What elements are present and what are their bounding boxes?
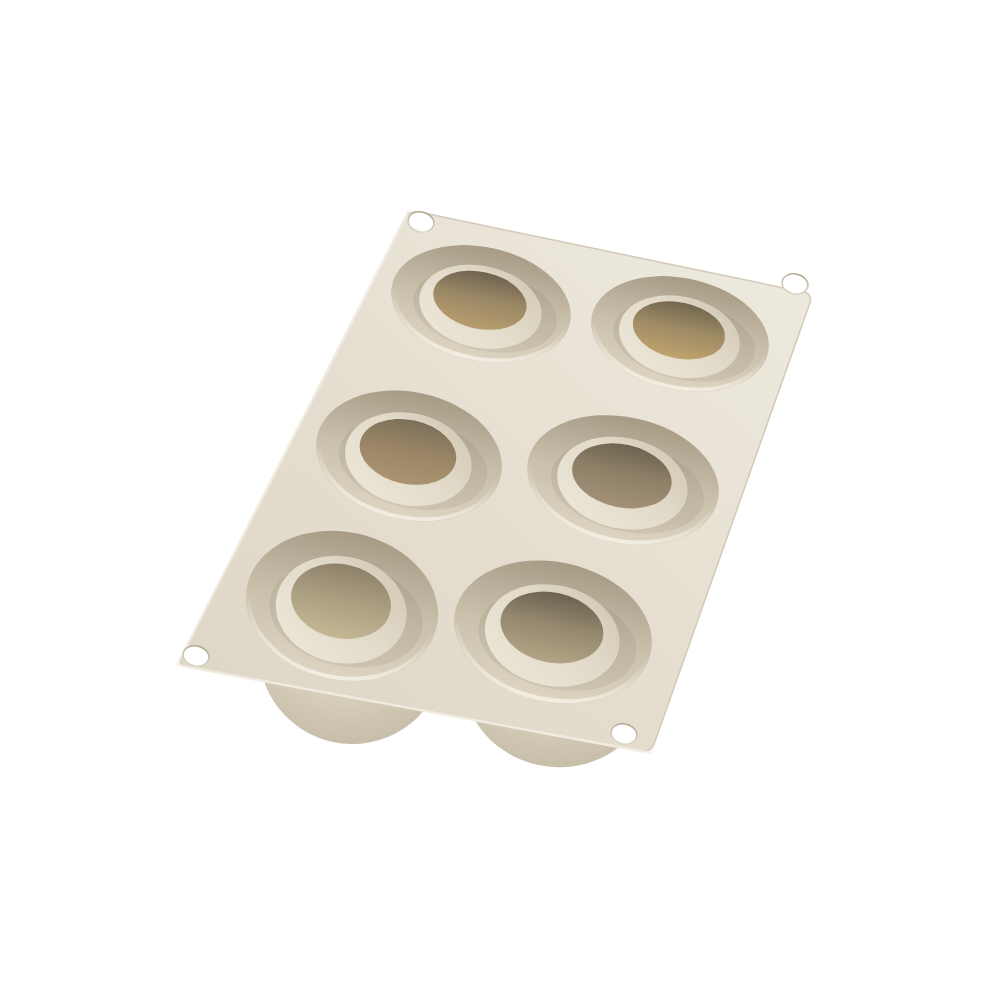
silicone-mold-photo-svg bbox=[0, 0, 1000, 1000]
product-photo bbox=[0, 0, 1000, 1000]
